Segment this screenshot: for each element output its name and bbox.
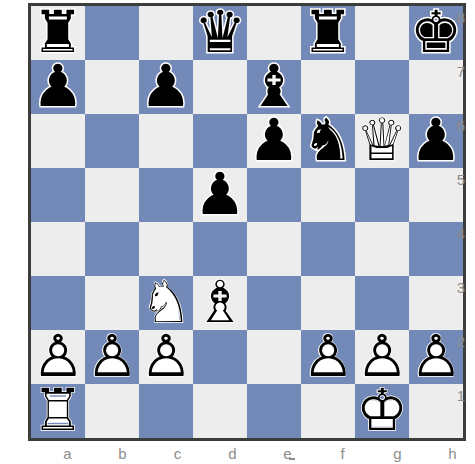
file-label-e: e <box>260 445 315 463</box>
piece-black-pawn: ♟♟ <box>193 168 247 222</box>
square-c5[interactable] <box>139 168 193 222</box>
square-f6[interactable]: ♞♞ <box>301 114 355 168</box>
square-c1[interactable] <box>139 384 193 438</box>
white-queen-fill-layer: ♛ <box>355 113 409 167</box>
rank-label-7: 7 <box>447 63 465 81</box>
white-pawn-icon: ♙ <box>355 329 409 383</box>
square-g1[interactable]: ♚♔ <box>355 384 409 438</box>
square-b1[interactable] <box>85 384 139 438</box>
square-e4[interactable] <box>247 222 301 276</box>
rank-label-2: 2 <box>447 333 465 351</box>
file-label-c: c <box>150 445 205 463</box>
board: ♜♜♛♛♜♜♚♚♟♟♟♟♝♝♟♟♞♞♛♕♟♟♟♟♞♘♝♗♟♙♟♙♟♙♟♙♟♙♟♙… <box>31 6 463 438</box>
white-knight-icon: ♘ <box>139 275 193 329</box>
square-g7[interactable] <box>355 60 409 114</box>
square-a2[interactable]: ♟♙ <box>31 330 85 384</box>
square-d8[interactable]: ♛♛ <box>193 6 247 60</box>
square-c3[interactable]: ♞♘ <box>139 276 193 330</box>
piece-white-rook: ♜♖ <box>31 384 85 438</box>
piece-white-queen: ♛♕ <box>355 114 409 168</box>
piece-white-pawn: ♟♙ <box>355 330 409 384</box>
piece-black-queen: ♛♛ <box>193 6 247 60</box>
white-pawn-icon: ♙ <box>301 329 355 383</box>
black-pawn-fill-layer: ♟ <box>139 59 193 113</box>
white-pawn-fill-layer: ♟ <box>85 329 139 383</box>
square-a5[interactable] <box>31 168 85 222</box>
white-king-icon: ♔ <box>355 383 409 437</box>
square-f8[interactable]: ♜♜ <box>301 6 355 60</box>
black-pawn-icon: ♟ <box>193 167 247 221</box>
rank-label-8: 8 <box>447 9 465 27</box>
white-pawn-fill-layer: ♟ <box>301 329 355 383</box>
black-pawn-icon: ♟ <box>31 59 85 113</box>
white-rook-fill-layer: ♜ <box>31 383 85 437</box>
chess-board-viewer: ♜♜♛♛♜♜♚♚♟♟♟♟♝♝♟♟♞♞♛♕♟♟♟♟♞♘♝♗♟♙♟♙♟♙♟♙♟♙♟♙… <box>0 0 475 464</box>
square-d7[interactable] <box>193 60 247 114</box>
black-pawn-fill-layer: ♟ <box>193 167 247 221</box>
square-a4[interactable] <box>31 222 85 276</box>
black-pawn-fill-layer: ♟ <box>31 59 85 113</box>
square-f4[interactable] <box>301 222 355 276</box>
square-d2[interactable] <box>193 330 247 384</box>
square-a6[interactable] <box>31 114 85 168</box>
square-c6[interactable] <box>139 114 193 168</box>
piece-black-pawn: ♟♟ <box>31 60 85 114</box>
square-d4[interactable] <box>193 222 247 276</box>
black-pawn-icon: ♟ <box>247 113 301 167</box>
black-pawn-fill-layer: ♟ <box>247 113 301 167</box>
white-pawn-icon: ♙ <box>85 329 139 383</box>
file-label-h: h <box>425 445 475 463</box>
square-f5[interactable] <box>301 168 355 222</box>
rank-label-3: 3 <box>447 279 465 297</box>
white-bishop-icon: ♗ <box>193 275 247 329</box>
piece-white-knight: ♞♘ <box>139 276 193 330</box>
black-knight-fill-layer: ♞ <box>301 113 355 167</box>
square-b7[interactable] <box>85 60 139 114</box>
square-b8[interactable] <box>85 6 139 60</box>
piece-white-pawn: ♟♙ <box>31 330 85 384</box>
piece-black-rook: ♜♜ <box>301 6 355 60</box>
white-bishop-fill-layer: ♝ <box>193 275 247 329</box>
black-queen-fill-layer: ♛ <box>193 5 247 59</box>
rank-label-1: 1 <box>447 387 465 405</box>
square-f7[interactable] <box>301 60 355 114</box>
piece-black-knight: ♞♞ <box>301 114 355 168</box>
square-e2[interactable] <box>247 330 301 384</box>
piece-white-pawn: ♟♙ <box>85 330 139 384</box>
square-b4[interactable] <box>85 222 139 276</box>
white-pawn-fill-layer: ♟ <box>355 329 409 383</box>
piece-white-pawn: ♟♙ <box>139 330 193 384</box>
stray-mark <box>289 458 295 460</box>
square-a3[interactable] <box>31 276 85 330</box>
rank-label-6: 6 <box>447 117 465 135</box>
black-rook-icon: ♜ <box>31 5 85 59</box>
square-d6[interactable] <box>193 114 247 168</box>
rank-label-5: 5 <box>447 171 465 189</box>
square-c8[interactable] <box>139 6 193 60</box>
file-label-f: f <box>315 445 370 463</box>
square-b6[interactable] <box>85 114 139 168</box>
black-bishop-fill-layer: ♝ <box>247 59 301 113</box>
square-b2[interactable]: ♟♙ <box>85 330 139 384</box>
square-g2[interactable]: ♟♙ <box>355 330 409 384</box>
piece-black-rook: ♜♜ <box>31 6 85 60</box>
file-label-a: a <box>40 445 95 463</box>
black-rook-fill-layer: ♜ <box>301 5 355 59</box>
square-f2[interactable]: ♟♙ <box>301 330 355 384</box>
square-c2[interactable]: ♟♙ <box>139 330 193 384</box>
white-pawn-icon: ♙ <box>31 329 85 383</box>
square-c4[interactable] <box>139 222 193 276</box>
square-d3[interactable]: ♝♗ <box>193 276 247 330</box>
square-e3[interactable] <box>247 276 301 330</box>
white-pawn-fill-layer: ♟ <box>139 329 193 383</box>
board-frame: ♜♜♛♛♜♜♚♚♟♟♟♟♝♝♟♟♞♞♛♕♟♟♟♟♞♘♝♗♟♙♟♙♟♙♟♙♟♙♟♙… <box>28 3 466 441</box>
file-label-d: d <box>205 445 260 463</box>
square-a8[interactable]: ♜♜ <box>31 6 85 60</box>
square-e5[interactable] <box>247 168 301 222</box>
square-g4[interactable] <box>355 222 409 276</box>
black-rook-icon: ♜ <box>301 5 355 59</box>
piece-black-bishop: ♝♝ <box>247 60 301 114</box>
square-g6[interactable]: ♛♕ <box>355 114 409 168</box>
piece-white-bishop: ♝♗ <box>193 276 247 330</box>
black-pawn-icon: ♟ <box>139 59 193 113</box>
white-pawn-icon: ♙ <box>139 329 193 383</box>
square-g8[interactable] <box>355 6 409 60</box>
square-d1[interactable] <box>193 384 247 438</box>
white-queen-icon: ♕ <box>355 113 409 167</box>
piece-white-pawn: ♟♙ <box>301 330 355 384</box>
piece-black-pawn: ♟♟ <box>139 60 193 114</box>
square-c7[interactable]: ♟♟ <box>139 60 193 114</box>
file-label-g: g <box>370 445 425 463</box>
piece-white-king: ♚♔ <box>355 384 409 438</box>
white-pawn-fill-layer: ♟ <box>31 329 85 383</box>
black-queen-icon: ♛ <box>193 5 247 59</box>
piece-black-pawn: ♟♟ <box>247 114 301 168</box>
white-king-fill-layer: ♚ <box>355 383 409 437</box>
black-rook-fill-layer: ♜ <box>31 5 85 59</box>
square-a7[interactable]: ♟♟ <box>31 60 85 114</box>
square-e7[interactable]: ♝♝ <box>247 60 301 114</box>
square-f1[interactable] <box>301 384 355 438</box>
rank-label-4: 4 <box>447 225 465 243</box>
square-e6[interactable]: ♟♟ <box>247 114 301 168</box>
white-rook-icon: ♖ <box>31 383 85 437</box>
square-g3[interactable] <box>355 276 409 330</box>
square-b5[interactable] <box>85 168 139 222</box>
square-g5[interactable] <box>355 168 409 222</box>
square-d5[interactable]: ♟♟ <box>193 168 247 222</box>
black-bishop-icon: ♝ <box>247 59 301 113</box>
square-f3[interactable] <box>301 276 355 330</box>
white-knight-fill-layer: ♞ <box>139 275 193 329</box>
square-b3[interactable] <box>85 276 139 330</box>
file-label-b: b <box>95 445 150 463</box>
square-e1[interactable] <box>247 384 301 438</box>
black-knight-icon: ♞ <box>301 113 355 167</box>
square-e8[interactable] <box>247 6 301 60</box>
square-a1[interactable]: ♜♖ <box>31 384 85 438</box>
